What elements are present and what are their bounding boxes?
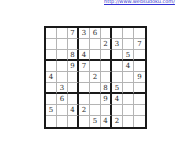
cell-r8c3: 4 xyxy=(68,105,79,116)
cell-r3c5 xyxy=(90,50,101,61)
cell-r6c6: 8 xyxy=(101,83,112,94)
source-url-link[interactable]: http://www.websudoku.com/ xyxy=(104,0,175,4)
cell-r2c6: 2 xyxy=(101,39,112,50)
cell-r2c7: 3 xyxy=(112,39,123,50)
cell-r2c1 xyxy=(46,39,57,50)
cell-r7c7: 4 xyxy=(112,94,123,105)
cell-r7c8 xyxy=(123,94,134,105)
cell-r1c6 xyxy=(101,28,112,39)
page: { "page": { "background": "#ffffff" }, "… xyxy=(0,0,196,147)
cell-r6c1 xyxy=(46,83,57,94)
cell-r4c3: 9 xyxy=(68,61,79,72)
cell-r2c4 xyxy=(79,39,90,50)
cell-r2c8 xyxy=(123,39,134,50)
cell-r2c9: 7 xyxy=(134,39,145,50)
cell-r3c2 xyxy=(57,50,68,61)
cell-r5c6 xyxy=(101,72,112,83)
cell-r9c9 xyxy=(134,116,145,127)
cell-r1c1 xyxy=(46,28,57,39)
cell-r1c8 xyxy=(123,28,134,39)
cell-r6c7: 5 xyxy=(112,83,123,94)
cell-r7c9 xyxy=(134,94,145,105)
cell-r5c9: 9 xyxy=(134,72,145,83)
cell-r9c5: 5 xyxy=(90,116,101,127)
cell-r9c3 xyxy=(68,116,79,127)
cell-r4c9 xyxy=(134,61,145,72)
cell-r9c1 xyxy=(46,116,57,127)
cell-r6c8 xyxy=(123,83,134,94)
cell-r3c3: 8 xyxy=(68,50,79,61)
cell-r8c5 xyxy=(90,105,101,116)
cell-r1c3: 7 xyxy=(68,28,79,39)
cell-r6c9 xyxy=(134,83,145,94)
cell-r4c5 xyxy=(90,61,101,72)
cell-r2c5 xyxy=(90,39,101,50)
cell-r9c8 xyxy=(123,116,134,127)
cell-r4c7 xyxy=(112,61,123,72)
cell-r1c9 xyxy=(134,28,145,39)
cell-r8c4: 2 xyxy=(79,105,90,116)
cell-r5c7 xyxy=(112,72,123,83)
cell-r1c4: 3 xyxy=(79,28,90,39)
cell-r7c1 xyxy=(46,94,57,105)
cell-r3c7 xyxy=(112,50,123,61)
cell-r3c6 xyxy=(101,50,112,61)
cell-r4c4: 7 xyxy=(79,61,90,72)
cell-r4c1 xyxy=(46,61,57,72)
sudoku-board: 736237845974429385694542542 xyxy=(44,26,147,129)
cell-r9c4 xyxy=(79,116,90,127)
cell-r3c1 xyxy=(46,50,57,61)
cell-r5c2 xyxy=(57,72,68,83)
cell-r7c3 xyxy=(68,94,79,105)
cell-r5c8 xyxy=(123,72,134,83)
cell-r6c4 xyxy=(79,83,90,94)
cell-r3c8: 5 xyxy=(123,50,134,61)
cell-r5c1: 4 xyxy=(46,72,57,83)
cell-r6c3 xyxy=(68,83,79,94)
cell-r9c6: 4 xyxy=(101,116,112,127)
cell-r7c4 xyxy=(79,94,90,105)
cell-r3c9 xyxy=(134,50,145,61)
cell-r8c6 xyxy=(101,105,112,116)
cell-r1c5: 6 xyxy=(90,28,101,39)
cell-r1c2 xyxy=(57,28,68,39)
cell-r5c3 xyxy=(68,72,79,83)
cell-r9c7: 2 xyxy=(112,116,123,127)
cell-r8c8 xyxy=(123,105,134,116)
cell-r7c5 xyxy=(90,94,101,105)
cell-r4c8: 4 xyxy=(123,61,134,72)
cell-r2c2 xyxy=(57,39,68,50)
cell-r7c2: 6 xyxy=(57,94,68,105)
cell-r8c2 xyxy=(57,105,68,116)
cell-r9c2 xyxy=(57,116,68,127)
cell-r3c4: 4 xyxy=(79,50,90,61)
cell-r8c1: 5 xyxy=(46,105,57,116)
cell-r4c2 xyxy=(57,61,68,72)
cell-r5c5: 2 xyxy=(90,72,101,83)
cell-r6c5 xyxy=(90,83,101,94)
cell-r8c9 xyxy=(134,105,145,116)
cell-r7c6: 9 xyxy=(101,94,112,105)
cell-r4c6 xyxy=(101,61,112,72)
cell-r1c7 xyxy=(112,28,123,39)
cell-r5c4 xyxy=(79,72,90,83)
cell-r6c2: 3 xyxy=(57,83,68,94)
cell-r8c7 xyxy=(112,105,123,116)
cell-r2c3 xyxy=(68,39,79,50)
